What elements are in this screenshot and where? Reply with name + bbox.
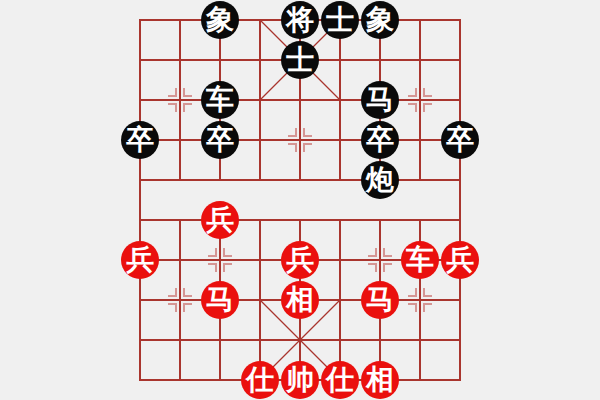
piece-black-general[interactable]: 将: [281, 1, 319, 39]
piece-black-advisor[interactable]: 士: [281, 41, 319, 79]
piece-black-elephant[interactable]: 象: [361, 1, 399, 39]
piece-red-advisor[interactable]: 仕: [241, 361, 279, 399]
piece-black-soldier[interactable]: 卒: [121, 121, 159, 159]
xiangqi-board: 象将士象士车马卒卒卒卒炮兵兵兵车兵马相马仕帅仕相: [0, 0, 600, 400]
piece-red-horse[interactable]: 马: [361, 281, 399, 319]
piece-black-elephant[interactable]: 象: [201, 1, 239, 39]
piece-black-soldier[interactable]: 卒: [441, 121, 479, 159]
piece-red-soldier[interactable]: 兵: [121, 241, 159, 279]
piece-black-horse[interactable]: 马: [361, 81, 399, 119]
piece-red-soldier[interactable]: 兵: [441, 241, 479, 279]
piece-black-advisor[interactable]: 士: [321, 1, 359, 39]
piece-black-chariot[interactable]: 车: [201, 81, 239, 119]
piece-red-advisor[interactable]: 仕: [321, 361, 359, 399]
piece-red-soldier[interactable]: 兵: [281, 241, 319, 279]
piece-red-elephant[interactable]: 相: [361, 361, 399, 399]
piece-black-soldier[interactable]: 卒: [361, 121, 399, 159]
piece-red-chariot[interactable]: 车: [401, 241, 439, 279]
piece-red-soldier[interactable]: 兵: [201, 201, 239, 239]
piece-black-cannon[interactable]: 炮: [361, 161, 399, 199]
piece-red-horse[interactable]: 马: [201, 281, 239, 319]
piece-red-elephant[interactable]: 相: [281, 281, 319, 319]
piece-red-general[interactable]: 帅: [281, 361, 319, 399]
piece-black-soldier[interactable]: 卒: [201, 121, 239, 159]
